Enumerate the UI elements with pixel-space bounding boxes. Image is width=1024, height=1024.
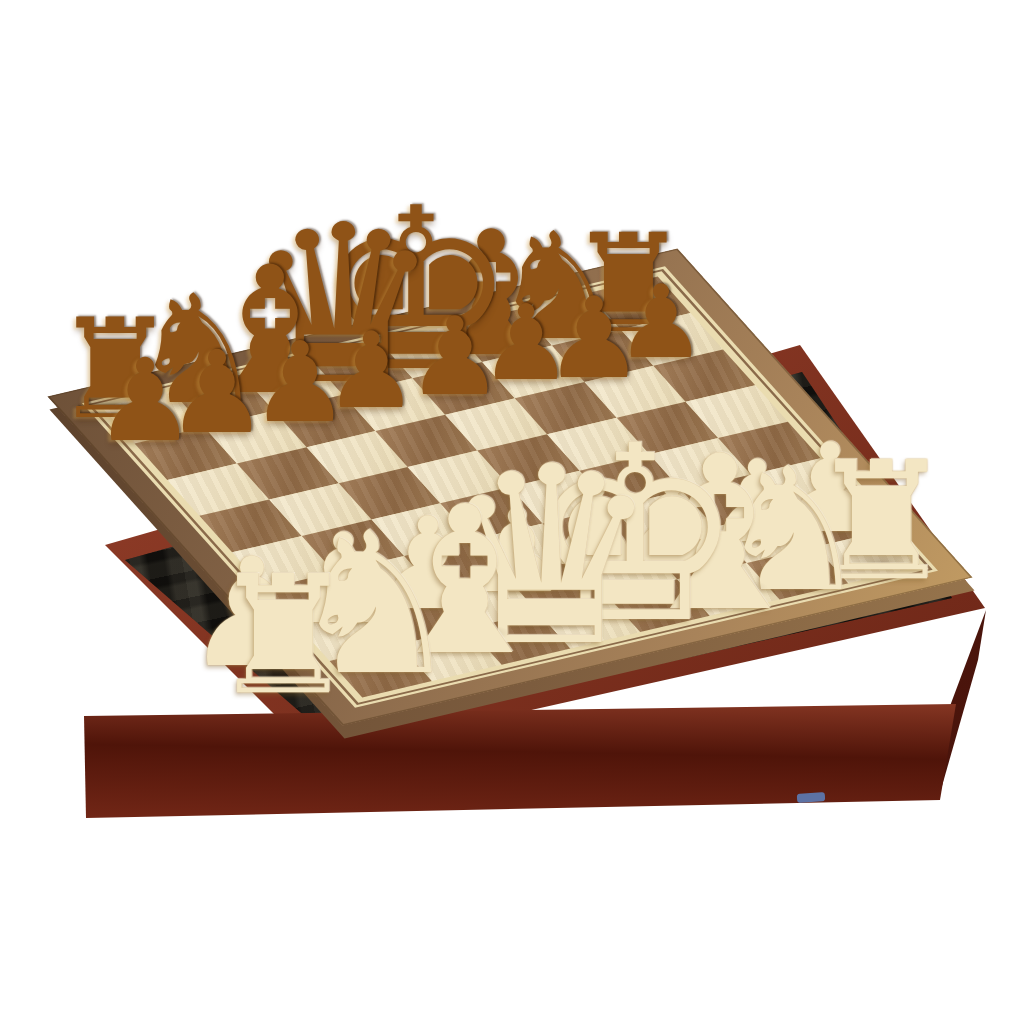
piece-dark-pawn-a: ♟ (94, 344, 196, 458)
piece-light-rook-a: ♜ (210, 554, 356, 717)
piece-dark-pawn-e: ♟ (407, 303, 504, 411)
product-photo-scene: ♜♟♞♟♝♟♛♟♚♟♝♟♞♟♜♟♟♜♟♞♟♝♟♛♟♚♟♝♟♞♟♜ (0, 0, 1024, 1024)
photo-artifact (797, 792, 826, 803)
